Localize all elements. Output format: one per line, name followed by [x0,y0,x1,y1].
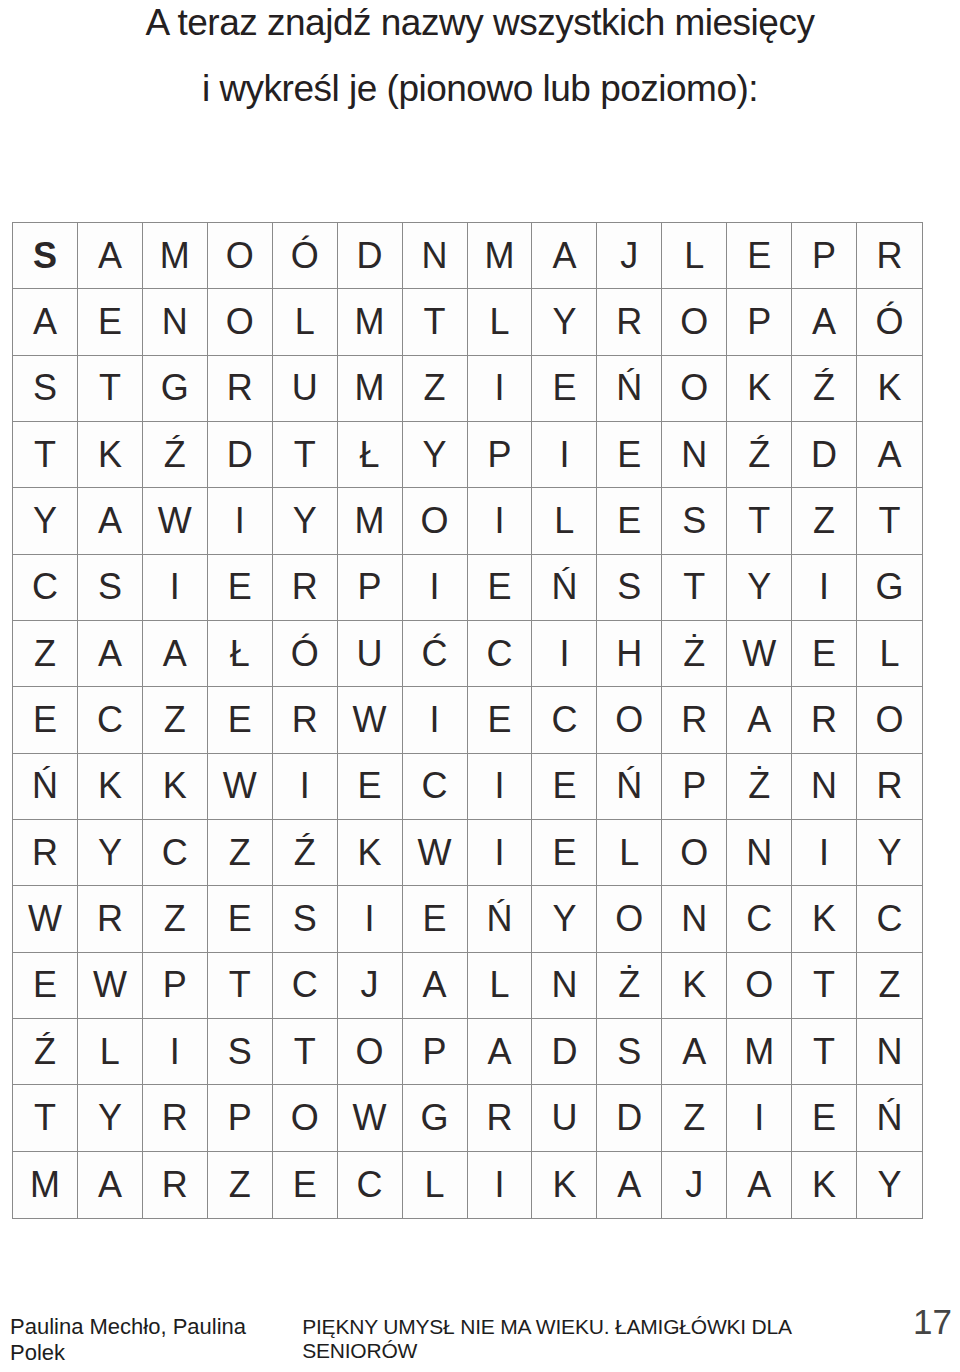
grid-cell-r10c5[interactable]: Ź [273,820,338,886]
grid-cell-r13c8[interactable]: A [468,1019,533,1085]
grid-cell-r3c11[interactable]: O [662,356,727,422]
grid-cell-r11c9[interactable]: Y [532,886,597,952]
page-number: 17 [913,1302,952,1342]
grid-cell-r13c6[interactable]: O [338,1019,403,1085]
grid-cell-r12c11[interactable]: K [662,953,727,1019]
grid-cell-r13c13[interactable]: T [792,1019,857,1085]
grid-cell-r10c9[interactable]: E [532,820,597,886]
grid-cell-r3c8[interactable]: I [468,356,533,422]
grid-cell-r9c1[interactable]: Ń [13,754,78,820]
grid-cell-r11c3[interactable]: Z [143,886,208,952]
grid-cell-r9c14[interactable]: R [857,754,922,820]
grid-cell-r7c13[interactable]: E [792,621,857,687]
grid-cell-r6c6[interactable]: P [338,555,403,621]
grid-cell-r7c5[interactable]: Ó [273,621,338,687]
grid-cell-r2c1[interactable]: A [13,289,78,355]
grid-cell-r9c11[interactable]: P [662,754,727,820]
grid-cell-r7c14[interactable]: L [857,621,922,687]
grid-cell-r3c1[interactable]: S [13,356,78,422]
grid-cell-r8c10[interactable]: O [597,687,662,753]
grid-cell-r2c5[interactable]: L [273,289,338,355]
grid-cell-r5c8[interactable]: I [468,488,533,554]
grid-cell-r8c13[interactable]: R [792,687,857,753]
grid-cell-r1c10[interactable]: J [597,223,662,289]
grid-cell-r8c11[interactable]: R [662,687,727,753]
grid-cell-r6c7[interactable]: I [403,555,468,621]
grid-cell-r4c3[interactable]: Ź [143,422,208,488]
grid-cell-r3c12[interactable]: K [727,356,792,422]
grid-cell-r11c2[interactable]: R [78,886,143,952]
grid-cell-r10c12[interactable]: N [727,820,792,886]
grid-cell-r11c4[interactable]: E [208,886,273,952]
grid-cell-r8c1[interactable]: E [13,687,78,753]
grid-cell-r7c8[interactable]: C [468,621,533,687]
grid-cell-r8c2[interactable]: C [78,687,143,753]
grid-cell-r10c1[interactable]: R [13,820,78,886]
grid-cell-r9c2[interactable]: K [78,754,143,820]
grid-cell-r13c9[interactable]: D [532,1019,597,1085]
grid-cell-r12c12[interactable]: O [727,953,792,1019]
grid-cell-r4c14[interactable]: A [857,422,922,488]
footer-series-title: PIĘKNY UMYSŁ NIE MA WIEKU. ŁAMIGŁÓWKI DL… [302,1315,901,1363]
grid-cell-r6c10[interactable]: S [597,555,662,621]
grid-cell-r9c5[interactable]: I [273,754,338,820]
grid-cell-r13c14[interactable]: N [857,1019,922,1085]
grid-cell-r7c6[interactable]: U [338,621,403,687]
grid-cell-r7c7[interactable]: Ć [403,621,468,687]
grid-cell-r2c3[interactable]: N [143,289,208,355]
grid-cell-r15c2[interactable]: A [78,1152,143,1218]
grid-cell-r1c3[interactable]: M [143,223,208,289]
grid-cell-r5c4[interactable]: I [208,488,273,554]
grid-cell-r13c3[interactable]: I [143,1019,208,1085]
grid-cell-r4c5[interactable]: T [273,422,338,488]
grid-cell-r12c5[interactable]: C [273,953,338,1019]
grid-cell-r2c7[interactable]: T [403,289,468,355]
grid-cell-r13c7[interactable]: P [403,1019,468,1085]
grid-cell-r14c7[interactable]: G [403,1085,468,1151]
grid-cell-r1c13[interactable]: P [792,223,857,289]
grid-cell-r12c2[interactable]: W [78,953,143,1019]
grid-cell-r14c8[interactable]: R [468,1085,533,1151]
grid-cell-r13c2[interactable]: L [78,1019,143,1085]
grid-cell-r10c2[interactable]: Y [78,820,143,886]
grid-cell-r15c6[interactable]: C [338,1152,403,1218]
grid-cell-r3c2[interactable]: T [78,356,143,422]
grid-cell-r7c10[interactable]: H [597,621,662,687]
grid-cell-r10c13[interactable]: I [792,820,857,886]
grid-cell-r8c3[interactable]: Z [143,687,208,753]
grid-cell-r12c13[interactable]: T [792,953,857,1019]
grid-cell-r9c12[interactable]: Ż [727,754,792,820]
grid-cell-r5c6[interactable]: M [338,488,403,554]
grid-cell-r1c5[interactable]: Ó [273,223,338,289]
grid-cell-r2c11[interactable]: O [662,289,727,355]
grid-cell-r15c8[interactable]: I [468,1152,533,1218]
grid-cell-r2c8[interactable]: L [468,289,533,355]
grid-cell-r3c13[interactable]: Ź [792,356,857,422]
grid-cell-r4c9[interactable]: I [532,422,597,488]
grid-cell-r13c12[interactable]: M [727,1019,792,1085]
grid-cell-r1c4[interactable]: O [208,223,273,289]
grid-cell-r13c4[interactable]: S [208,1019,273,1085]
grid-cell-r11c11[interactable]: N [662,886,727,952]
grid-cell-r9c10[interactable]: Ń [597,754,662,820]
grid-cell-r1c8[interactable]: M [468,223,533,289]
grid-cell-r11c14[interactable]: C [857,886,922,952]
grid-cell-r15c5[interactable]: E [273,1152,338,1218]
grid-cell-r10c11[interactable]: O [662,820,727,886]
grid-cell-r12c6[interactable]: J [338,953,403,1019]
grid-cell-r14c2[interactable]: Y [78,1085,143,1151]
grid-cell-r12c3[interactable]: P [143,953,208,1019]
grid-cell-r7c2[interactable]: A [78,621,143,687]
grid-cell-r12c10[interactable]: Ż [597,953,662,1019]
grid-cell-r6c14[interactable]: G [857,555,922,621]
page-footer: Paulina Mechło, Paulina Polek PIĘKNY UMY… [10,1302,952,1366]
grid-cell-r3c10[interactable]: Ń [597,356,662,422]
grid-cell-r3c4[interactable]: R [208,356,273,422]
grid-cell-r6c9[interactable]: Ń [532,555,597,621]
grid-cell-r14c10[interactable]: D [597,1085,662,1151]
grid-cell-r7c12[interactable]: W [727,621,792,687]
grid-cell-r10c6[interactable]: K [338,820,403,886]
grid-cell-r10c8[interactable]: I [468,820,533,886]
grid-cell-r14c5[interactable]: O [273,1085,338,1151]
grid-cell-r3c14[interactable]: K [857,356,922,422]
grid-cell-r8c6[interactable]: W [338,687,403,753]
grid-cell-r12c1[interactable]: E [13,953,78,1019]
grid-cell-r11c5[interactable]: S [273,886,338,952]
grid-cell-r15c14[interactable]: Y [857,1152,922,1218]
grid-cell-r14c1[interactable]: T [13,1085,78,1151]
grid-cell-r6c8[interactable]: E [468,555,533,621]
grid-cell-r1c9[interactable]: A [532,223,597,289]
grid-cell-r11c13[interactable]: K [792,886,857,952]
grid-cell-r15c7[interactable]: L [403,1152,468,1218]
grid-cell-r14c14[interactable]: Ń [857,1085,922,1151]
grid-cell-r8c12[interactable]: A [727,687,792,753]
grid-cell-r2c6[interactable]: M [338,289,403,355]
grid-cell-r3c7[interactable]: Z [403,356,468,422]
grid-cell-r6c11[interactable]: T [662,555,727,621]
grid-cell-r5c13[interactable]: Z [792,488,857,554]
grid-cell-r3c6[interactable]: M [338,356,403,422]
grid-cell-r3c3[interactable]: G [143,356,208,422]
grid-cell-r5c12[interactable]: T [727,488,792,554]
grid-cell-r1c2[interactable]: A [78,223,143,289]
grid-cell-r11c10[interactable]: O [597,886,662,952]
grid-cell-r6c13[interactable]: I [792,555,857,621]
grid-cell-r15c9[interactable]: K [532,1152,597,1218]
grid-cell-r3c5[interactable]: U [273,356,338,422]
grid-cell-r11c7[interactable]: E [403,886,468,952]
grid-cell-r15c1[interactable]: M [13,1152,78,1218]
grid-cell-r15c3[interactable]: R [143,1152,208,1218]
grid-cell-r1c1[interactable]: S [13,223,78,289]
puzzle-instruction-line1: A teraz znajdź nazwy wszystkich miesięcy [0,2,960,44]
grid-cell-r7c11[interactable]: Ż [662,621,727,687]
grid-cell-r15c12[interactable]: A [727,1152,792,1218]
grid-cell-r14c4[interactable]: P [208,1085,273,1151]
footer-authors: Paulina Mechło, Paulina Polek [10,1314,302,1366]
grid-cell-r2c12[interactable]: P [727,289,792,355]
grid-cell-r4c12[interactable]: Ź [727,422,792,488]
grid-cell-r9c4[interactable]: W [208,754,273,820]
grid-cell-r1c6[interactable]: D [338,223,403,289]
grid-cell-r1c11[interactable]: L [662,223,727,289]
grid-cell-r14c11[interactable]: Z [662,1085,727,1151]
grid-cell-r6c3[interactable]: I [143,555,208,621]
grid-cell-r10c3[interactable]: C [143,820,208,886]
grid-cell-r15c11[interactable]: J [662,1152,727,1218]
grid-cell-r8c5[interactable]: R [273,687,338,753]
grid-cell-r5c1[interactable]: Y [13,488,78,554]
grid-cell-r11c6[interactable]: I [338,886,403,952]
grid-cell-r14c9[interactable]: U [532,1085,597,1151]
grid-cell-r10c4[interactable]: Z [208,820,273,886]
grid-cell-r9c6[interactable]: E [338,754,403,820]
grid-cell-r12c8[interactable]: L [468,953,533,1019]
grid-cell-r5c10[interactable]: E [597,488,662,554]
grid-cell-r12c4[interactable]: T [208,953,273,1019]
grid-cell-r7c3[interactable]: A [143,621,208,687]
grid-cell-r12c7[interactable]: A [403,953,468,1019]
grid-cell-r14c12[interactable]: I [727,1085,792,1151]
grid-cell-r11c8[interactable]: Ń [468,886,533,952]
puzzle-instruction-line2: i wykreśl je (pionowo lub poziomo): [0,68,960,110]
grid-cell-r5c3[interactable]: W [143,488,208,554]
grid-cell-r14c13[interactable]: E [792,1085,857,1151]
grid-cell-r15c10[interactable]: A [597,1152,662,1218]
grid-cell-r4c1[interactable]: T [13,422,78,488]
grid-cell-r10c14[interactable]: Y [857,820,922,886]
grid-cell-r14c6[interactable]: W [338,1085,403,1151]
grid-cell-r8c7[interactable]: I [403,687,468,753]
grid-cell-r8c14[interactable]: O [857,687,922,753]
grid-cell-r7c9[interactable]: I [532,621,597,687]
grid-cell-r4c2[interactable]: K [78,422,143,488]
grid-cell-r5c2[interactable]: A [78,488,143,554]
grid-cell-r8c9[interactable]: C [532,687,597,753]
grid-cell-r2c10[interactable]: R [597,289,662,355]
grid-cell-r13c11[interactable]: A [662,1019,727,1085]
grid-cell-r9c3[interactable]: K [143,754,208,820]
grid-cell-r13c10[interactable]: S [597,1019,662,1085]
grid-cell-r15c13[interactable]: K [792,1152,857,1218]
grid-cell-r8c8[interactable]: E [468,687,533,753]
grid-cell-r4c13[interactable]: D [792,422,857,488]
grid-cell-r1c14[interactable]: R [857,223,922,289]
grid-cell-r6c4[interactable]: E [208,555,273,621]
grid-cell-r6c1[interactable]: C [13,555,78,621]
grid-cell-r4c6[interactable]: Ł [338,422,403,488]
grid-cell-r12c9[interactable]: N [532,953,597,1019]
grid-cell-r4c4[interactable]: D [208,422,273,488]
grid-cell-r1c12[interactable]: E [727,223,792,289]
grid-cell-r6c5[interactable]: R [273,555,338,621]
grid-cell-r5c14[interactable]: T [857,488,922,554]
grid-cell-r10c7[interactable]: W [403,820,468,886]
grid-cell-r15c4[interactable]: Z [208,1152,273,1218]
grid-cell-r4c11[interactable]: N [662,422,727,488]
grid-cell-r5c5[interactable]: Y [273,488,338,554]
grid-cell-r8c4[interactable]: E [208,687,273,753]
grid-cell-r6c2[interactable]: S [78,555,143,621]
grid-cell-r5c11[interactable]: S [662,488,727,554]
word-search-grid: SAMOÓDNMAJLEPRAENOLMTLYROPAÓSTGRUMZIEŃOK… [12,222,923,1219]
grid-cell-r2c13[interactable]: A [792,289,857,355]
grid-cell-r9c9[interactable]: E [532,754,597,820]
grid-cell-r1c7[interactable]: N [403,223,468,289]
grid-cell-r4c10[interactable]: E [597,422,662,488]
grid-cell-r5c7[interactable]: O [403,488,468,554]
grid-cell-r6c12[interactable]: Y [727,555,792,621]
grid-cell-r5c9[interactable]: L [532,488,597,554]
grid-cell-r2c2[interactable]: E [78,289,143,355]
grid-cell-r4c8[interactable]: P [468,422,533,488]
grid-cell-r9c7[interactable]: C [403,754,468,820]
grid-cell-r10c10[interactable]: L [597,820,662,886]
grid-cell-r12c14[interactable]: Z [857,953,922,1019]
grid-cell-r14c3[interactable]: R [143,1085,208,1151]
grid-cell-r2c14[interactable]: Ó [857,289,922,355]
grid-cell-r13c5[interactable]: T [273,1019,338,1085]
grid-cell-r13c1[interactable]: Ź [13,1019,78,1085]
grid-cell-r9c8[interactable]: I [468,754,533,820]
grid-cell-r2c9[interactable]: Y [532,289,597,355]
grid-cell-r11c12[interactable]: C [727,886,792,952]
grid-cell-r4c7[interactable]: Y [403,422,468,488]
grid-cell-r11c1[interactable]: W [13,886,78,952]
grid-cell-r3c9[interactable]: E [532,356,597,422]
grid-cell-r2c4[interactable]: O [208,289,273,355]
grid-cell-r9c13[interactable]: N [792,754,857,820]
grid-cell-r7c4[interactable]: Ł [208,621,273,687]
grid-cell-r7c1[interactable]: Z [13,621,78,687]
